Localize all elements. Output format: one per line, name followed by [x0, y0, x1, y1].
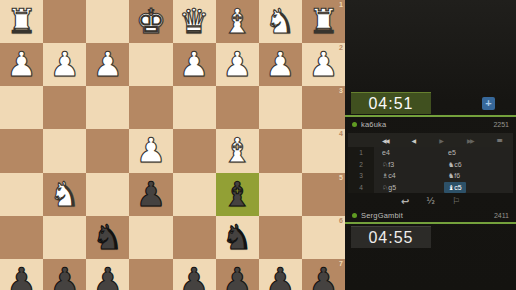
player-clock: 04:55 — [351, 226, 431, 248]
square[interactable] — [173, 173, 216, 216]
square[interactable]: ♜1 — [302, 0, 345, 43]
white-move[interactable]: ♘f3 — [374, 159, 443, 171]
black-piece[interactable]: ♝ — [216, 173, 259, 216]
square[interactable] — [86, 86, 129, 129]
square[interactable]: ♟ — [216, 259, 259, 290]
square[interactable] — [259, 216, 302, 259]
square[interactable]: ♜ — [0, 0, 43, 43]
last-move-icon[interactable]: ▶▶ — [467, 137, 473, 144]
square[interactable]: ♟7 — [302, 259, 345, 290]
square[interactable]: ♟ — [86, 43, 129, 86]
square[interactable]: ♝ — [216, 173, 259, 216]
square[interactable]: ♞ — [216, 216, 259, 259]
online-indicator-icon — [352, 122, 357, 127]
white-piece[interactable]: ♜ — [0, 0, 43, 43]
board-container: ♜♚♛♝♞♜1♟♟♟♟♟♟♟23♟♝4♞♟♝5♞♞6♟♟♟♟♟♟♟7♜♚♛♝♜8 — [0, 0, 345, 290]
square[interactable]: ♝ — [216, 0, 259, 43]
opponent-clock: 04:51 — [351, 92, 431, 114]
white-piece[interactable]: ♝ — [216, 129, 259, 172]
white-piece[interactable]: ♟ — [43, 43, 86, 86]
white-piece[interactable]: ♟ — [129, 129, 172, 172]
white-move[interactable]: ♘g5 — [374, 182, 443, 194]
black-piece[interactable]: ♞ — [86, 216, 129, 259]
black-move[interactable]: e5 — [443, 147, 513, 159]
rank-coordinate: 1 — [339, 1, 343, 9]
move-row: 4 ♘g5 ♝c5 — [348, 182, 513, 194]
move-nav-bar: ◀◀ ◀ ▶ ▶▶ ≡ — [348, 133, 513, 147]
square[interactable]: ♞ — [43, 173, 86, 216]
square[interactable] — [216, 86, 259, 129]
opponent-rating: 2251 — [493, 121, 509, 128]
black-move[interactable]: ♞c6 — [443, 159, 513, 171]
rank-coordinate: 3 — [339, 87, 343, 95]
offer-draw-icon[interactable]: ½ — [426, 196, 435, 206]
square[interactable]: ♟ — [129, 173, 172, 216]
separator-line — [345, 222, 516, 224]
white-piece[interactable]: ♝ — [216, 0, 259, 43]
square[interactable]: ♟2 — [302, 43, 345, 86]
move-number: 2 — [348, 159, 374, 171]
square[interactable]: 4 — [302, 129, 345, 172]
give-time-button[interactable]: + — [482, 97, 495, 110]
square[interactable]: ♟ — [86, 259, 129, 290]
move-row: 1 e4 e5 — [348, 147, 513, 159]
square[interactable]: ♛ — [173, 0, 216, 43]
square[interactable] — [0, 173, 43, 216]
white-piece[interactable]: ♟ — [86, 43, 129, 86]
square[interactable] — [43, 129, 86, 172]
player-rating: 2411 — [494, 212, 509, 219]
rank-coordinate: 2 — [339, 44, 343, 52]
previous-move-icon[interactable]: ◀ — [411, 137, 416, 144]
rank-coordinate: 4 — [339, 130, 343, 138]
resign-flag-icon[interactable]: ⚐ — [452, 196, 460, 206]
black-piece[interactable]: ♟ — [0, 259, 43, 290]
square[interactable] — [43, 86, 86, 129]
square[interactable]: ♟ — [0, 43, 43, 86]
opponent-row: ka6uka 2251 — [345, 117, 516, 131]
white-move[interactable]: e4 — [374, 147, 443, 159]
square[interactable] — [86, 129, 129, 172]
white-piece[interactable]: ♞ — [259, 0, 302, 43]
square[interactable]: ♟ — [216, 43, 259, 86]
board-grid[interactable]: ♜♚♛♝♞♜1♟♟♟♟♟♟♟23♟♝4♞♟♝5♞♞6♟♟♟♟♟♟♟7♜♚♛♝♜8 — [0, 0, 345, 290]
square[interactable]: ♞ — [259, 0, 302, 43]
black-piece[interactable]: ♞ — [216, 216, 259, 259]
menu-icon[interactable]: ≡ — [496, 136, 503, 145]
square[interactable] — [129, 216, 172, 259]
white-piece[interactable]: ♟ — [0, 43, 43, 86]
square[interactable] — [173, 216, 216, 259]
next-move-icon[interactable]: ▶ — [439, 137, 444, 144]
square[interactable] — [259, 129, 302, 172]
square[interactable] — [129, 259, 172, 290]
square[interactable]: ♟ — [0, 259, 43, 290]
square[interactable] — [173, 129, 216, 172]
square[interactable] — [173, 86, 216, 129]
square[interactable]: ♟ — [173, 259, 216, 290]
black-piece[interactable]: ♟ — [173, 259, 216, 290]
white-piece[interactable]: ♛ — [173, 0, 216, 43]
square[interactable] — [0, 86, 43, 129]
online-indicator-icon — [352, 213, 357, 218]
player-name[interactable]: SergGambit — [361, 211, 403, 220]
square[interactable] — [86, 173, 129, 216]
white-piece[interactable]: ♞ — [43, 173, 86, 216]
square[interactable] — [129, 43, 172, 86]
square[interactable]: ♞ — [86, 216, 129, 259]
black-piece[interactable]: ♟ — [129, 173, 172, 216]
square[interactable]: ♟ — [43, 43, 86, 86]
white-piece[interactable]: ♟ — [173, 43, 216, 86]
move-number: 4 — [348, 182, 374, 194]
rank-coordinate: 5 — [339, 174, 343, 182]
square[interactable] — [129, 86, 172, 129]
square[interactable]: ♟ — [129, 129, 172, 172]
square[interactable]: ♚ — [129, 0, 172, 43]
white-piece[interactable]: ♚ — [129, 0, 172, 43]
white-move[interactable]: ♗c4 — [374, 170, 443, 182]
move-row: 3 ♗c4 ♞f6 — [348, 170, 513, 182]
rank-coordinate: 7 — [339, 260, 343, 268]
first-move-icon[interactable]: ◀◀ — [382, 137, 388, 144]
black-move[interactable]: ♝c5 — [443, 182, 513, 194]
side-panel: 04:51 + ka6uka 2251 ◀◀ ◀ ▶ ▶▶ ≡ 1 e4 e5 … — [345, 0, 516, 290]
black-piece[interactable]: ♟ — [86, 259, 129, 290]
black-move[interactable]: ♞f6 — [443, 170, 513, 182]
black-piece[interactable]: ♟ — [43, 259, 86, 290]
white-piece[interactable]: ♟ — [259, 43, 302, 86]
square[interactable]: ♟ — [259, 43, 302, 86]
move-row: 2 ♘f3 ♞c6 — [348, 159, 513, 171]
move-number: 1 — [348, 147, 374, 159]
opponent-name[interactable]: ka6uka — [361, 120, 386, 129]
square[interactable] — [0, 216, 43, 259]
move-number: 3 — [348, 170, 374, 182]
white-piece[interactable]: ♟ — [216, 43, 259, 86]
square[interactable] — [259, 86, 302, 129]
square[interactable]: 3 — [302, 86, 345, 129]
square[interactable]: ♟ — [173, 43, 216, 86]
square[interactable]: ♟ — [43, 259, 86, 290]
square[interactable]: ♝ — [216, 129, 259, 172]
black-piece[interactable]: ♟ — [216, 259, 259, 290]
square[interactable] — [0, 129, 43, 172]
chess-tv-screen: ♜♚♛♝♞♜1♟♟♟♟♟♟♟23♟♝4♞♟♝5♞♞6♟♟♟♟♟♟♟7♜♚♛♝♜8… — [0, 0, 516, 290]
takeback-icon[interactable]: ↩ — [401, 196, 409, 207]
square[interactable]: 5 — [302, 173, 345, 216]
move-list: ◀◀ ◀ ▶ ▶▶ ≡ 1 e4 e5 2 ♘f3 ♞c6 3 ♗c4 ♞f6 — [348, 133, 513, 193]
player-row: SergGambit 2411 — [345, 208, 516, 222]
square[interactable] — [43, 216, 86, 259]
square[interactable] — [43, 0, 86, 43]
square[interactable]: ♟ — [259, 259, 302, 290]
game-actions: ↩ ½ ⚐ — [345, 194, 516, 208]
square[interactable] — [86, 0, 129, 43]
rank-coordinate: 6 — [339, 217, 343, 225]
black-piece[interactable]: ♟ — [259, 259, 302, 290]
square[interactable] — [259, 173, 302, 216]
square[interactable]: 6 — [302, 216, 345, 259]
